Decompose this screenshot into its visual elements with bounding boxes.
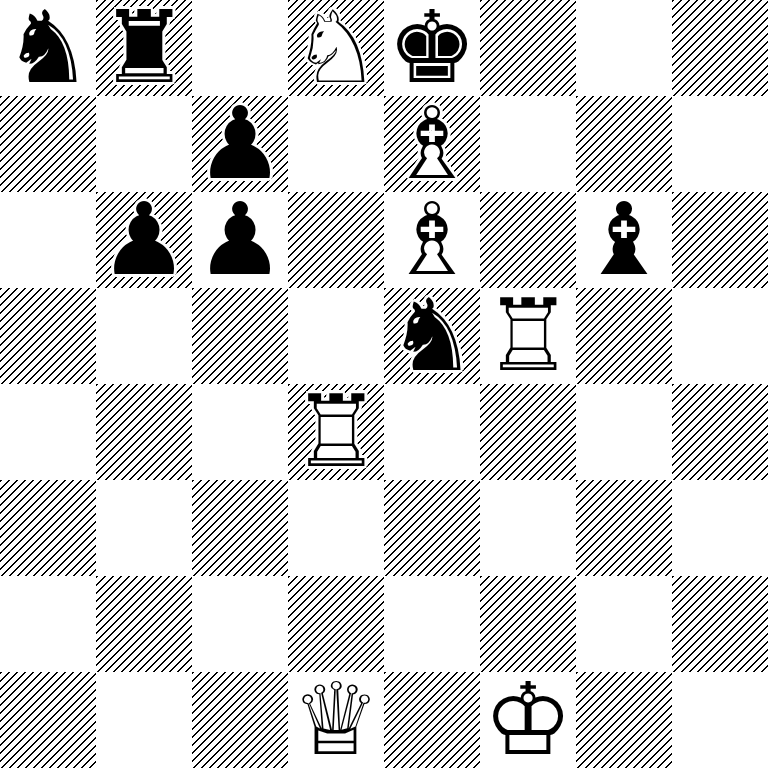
- black-knight-glyph: ♞: [387, 288, 477, 384]
- square-c3[interactable]: [192, 480, 288, 576]
- square-f7[interactable]: [480, 96, 576, 192]
- square-a2[interactable]: [0, 576, 96, 672]
- square-e4[interactable]: [384, 384, 480, 480]
- square-a1[interactable]: [0, 672, 96, 768]
- white-rook[interactable]: ♜♖: [480, 288, 576, 384]
- square-f6[interactable]: [480, 192, 576, 288]
- square-g2[interactable]: [576, 576, 672, 672]
- square-c4[interactable]: [192, 384, 288, 480]
- square-d7[interactable]: [288, 96, 384, 192]
- square-b5[interactable]: [96, 288, 192, 384]
- white-rook-glyph: ♖: [483, 288, 573, 384]
- white-knight-glyph: ♘: [291, 0, 381, 96]
- square-b7[interactable]: [96, 96, 192, 192]
- square-d6[interactable]: [288, 192, 384, 288]
- square-g1[interactable]: [576, 672, 672, 768]
- black-king-glyph: ♚: [387, 0, 477, 96]
- white-bishop-glyph: ♗: [387, 192, 477, 288]
- square-a7[interactable]: [0, 96, 96, 192]
- white-bishop-glyph: ♗: [387, 96, 477, 192]
- black-pawn[interactable]: ♟♟: [192, 192, 288, 288]
- black-pawn[interactable]: ♟♟: [192, 96, 288, 192]
- black-pawn-glyph: ♟: [195, 192, 285, 288]
- square-h6[interactable]: [672, 192, 768, 288]
- black-pawn-glyph: ♟: [195, 96, 285, 192]
- square-g4[interactable]: [576, 384, 672, 480]
- square-f8[interactable]: [480, 0, 576, 96]
- square-b2[interactable]: [96, 576, 192, 672]
- white-bishop[interactable]: ♝♗: [384, 192, 480, 288]
- square-g8[interactable]: [576, 0, 672, 96]
- square-c5[interactable]: [192, 288, 288, 384]
- black-knight-glyph: ♞: [3, 0, 93, 96]
- square-d5[interactable]: [288, 288, 384, 384]
- square-g5[interactable]: [576, 288, 672, 384]
- square-h2[interactable]: [672, 576, 768, 672]
- square-d4[interactable]: ♜♖: [288, 384, 384, 480]
- square-a8[interactable]: ♞♞: [0, 0, 96, 96]
- square-e2[interactable]: [384, 576, 480, 672]
- square-g3[interactable]: [576, 480, 672, 576]
- square-b4[interactable]: [96, 384, 192, 480]
- square-e7[interactable]: ♝♗: [384, 96, 480, 192]
- square-c1[interactable]: [192, 672, 288, 768]
- square-b8[interactable]: ♜♜: [96, 0, 192, 96]
- square-a4[interactable]: [0, 384, 96, 480]
- white-queen[interactable]: ♛♕: [288, 672, 384, 768]
- square-d3[interactable]: [288, 480, 384, 576]
- square-c8[interactable]: [192, 0, 288, 96]
- square-e3[interactable]: [384, 480, 480, 576]
- square-f4[interactable]: [480, 384, 576, 480]
- square-a6[interactable]: [0, 192, 96, 288]
- square-e1[interactable]: [384, 672, 480, 768]
- square-c7[interactable]: ♟♟: [192, 96, 288, 192]
- black-rook[interactable]: ♜♜: [96, 0, 192, 96]
- black-knight[interactable]: ♞♞: [0, 0, 96, 96]
- square-c6[interactable]: ♟♟: [192, 192, 288, 288]
- white-rook-glyph: ♖: [291, 384, 381, 480]
- black-knight[interactable]: ♞♞: [384, 288, 480, 384]
- square-d2[interactable]: [288, 576, 384, 672]
- square-f5[interactable]: ♜♖: [480, 288, 576, 384]
- black-king[interactable]: ♚♚: [384, 0, 480, 96]
- square-e8[interactable]: ♚♚: [384, 0, 480, 96]
- square-h3[interactable]: [672, 480, 768, 576]
- square-d1[interactable]: ♛♕: [288, 672, 384, 768]
- square-c2[interactable]: [192, 576, 288, 672]
- square-h5[interactable]: [672, 288, 768, 384]
- white-king[interactable]: ♚♔: [480, 672, 576, 768]
- square-a3[interactable]: [0, 480, 96, 576]
- white-knight[interactable]: ♞♘: [288, 0, 384, 96]
- black-pawn[interactable]: ♟♟: [96, 192, 192, 288]
- square-f2[interactable]: [480, 576, 576, 672]
- square-f1[interactable]: ♚♔: [480, 672, 576, 768]
- white-queen-glyph: ♕: [291, 672, 381, 768]
- square-h8[interactable]: [672, 0, 768, 96]
- square-f3[interactable]: [480, 480, 576, 576]
- square-h4[interactable]: [672, 384, 768, 480]
- white-bishop[interactable]: ♝♗: [384, 96, 480, 192]
- white-rook[interactable]: ♜♖: [288, 384, 384, 480]
- square-d8[interactable]: ♞♘: [288, 0, 384, 96]
- black-rook-glyph: ♜: [99, 0, 189, 96]
- square-h7[interactable]: [672, 96, 768, 192]
- black-pawn-glyph: ♟: [99, 192, 189, 288]
- black-bishop[interactable]: ♝♝: [576, 192, 672, 288]
- square-a5[interactable]: [0, 288, 96, 384]
- square-b6[interactable]: ♟♟: [96, 192, 192, 288]
- square-g6[interactable]: ♝♝: [576, 192, 672, 288]
- square-e6[interactable]: ♝♗: [384, 192, 480, 288]
- square-e5[interactable]: ♞♞: [384, 288, 480, 384]
- square-h1[interactable]: [672, 672, 768, 768]
- black-bishop-glyph: ♝: [579, 192, 669, 288]
- white-king-glyph: ♔: [483, 672, 573, 768]
- chess-board: ♞♞♜♜♞♘♚♚♟♟♝♗♟♟♟♟♝♗♝♝♞♞♜♖♜♖♛♕♚♔: [0, 0, 768, 768]
- square-g7[interactable]: [576, 96, 672, 192]
- square-b3[interactable]: [96, 480, 192, 576]
- square-b1[interactable]: [96, 672, 192, 768]
